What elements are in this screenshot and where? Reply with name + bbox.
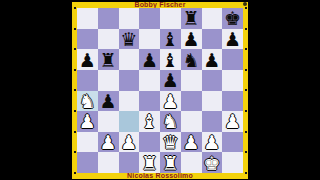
square-d6[interactable]: ♟ [139,49,160,70]
black-bishop: ♝ [162,29,179,49]
square-c4[interactable] [119,91,140,112]
square-f3[interactable] [181,111,202,132]
square-d1[interactable]: ♜ [139,152,160,173]
chess-board: ♜♚♛♝♟♟♟♜♟♝♞♟♟♞♟♟♟♝♞♟♟♟♛♟♟♜♜♚ [77,8,243,173]
square-e3[interactable]: ♞ [160,111,181,132]
frame-dot-icon [245,28,247,30]
square-c2[interactable]: ♟ [119,132,140,153]
square-f2[interactable]: ♟ [181,132,202,153]
white-rook: ♜ [141,153,158,173]
frame-dot-icon [245,131,247,133]
square-b6[interactable]: ♜ [98,49,119,70]
square-d2[interactable] [139,132,160,153]
square-h7[interactable]: ♟ [222,29,243,50]
player-name-white: Nicolas Rossolimo [72,173,248,179]
square-c3[interactable] [119,111,140,132]
video-frame: Bobby Fischer ♜♚♛♝♟♟♟♜♟♝♞♟♟♞♟♟♟♝♞♟♟♟♛♟♟♜… [0,0,320,180]
square-f5[interactable] [181,70,202,91]
square-h5[interactable] [222,70,243,91]
square-a1[interactable] [77,152,98,173]
square-g8[interactable] [202,8,223,29]
black-pawn: ♟ [183,29,200,49]
black-rook: ♜ [183,8,200,28]
black-bishop: ♝ [162,50,179,70]
black-pawn: ♟ [79,50,96,70]
square-f7[interactable]: ♟ [181,29,202,50]
square-h6[interactable] [222,49,243,70]
frame-dot-icon [245,151,247,153]
white-pawn: ♟ [162,91,179,111]
frame-dot-icon [245,69,247,71]
square-d5[interactable] [139,70,160,91]
square-d7[interactable] [139,29,160,50]
square-h2[interactable] [222,132,243,153]
square-g2[interactable]: ♟ [202,132,223,153]
square-g6[interactable]: ♟ [202,49,223,70]
square-b2[interactable]: ♟ [98,132,119,153]
square-e4[interactable]: ♟ [160,91,181,112]
white-rook: ♜ [162,153,179,173]
square-g5[interactable] [202,70,223,91]
square-g3[interactable] [202,111,223,132]
square-e5[interactable]: ♟ [160,70,181,91]
square-f4[interactable] [181,91,202,112]
square-h8[interactable]: ♚ [222,8,243,29]
square-b5[interactable] [98,70,119,91]
square-b8[interactable] [98,8,119,29]
square-g1[interactable]: ♚ [202,152,223,173]
frame-dot-icon [245,110,247,112]
frame-dot-icon [245,7,247,9]
white-knight: ♞ [79,91,96,111]
square-d4[interactable] [139,91,160,112]
frame-dot-icon [245,48,247,50]
square-a8[interactable] [77,8,98,29]
white-queen: ♛ [162,132,179,152]
square-g4[interactable] [202,91,223,112]
white-king: ♚ [203,153,220,173]
square-e1[interactable]: ♜ [160,152,181,173]
square-h3[interactable]: ♟ [222,111,243,132]
square-e7[interactable]: ♝ [160,29,181,50]
frame-dot-icon [74,110,76,112]
square-a5[interactable] [77,70,98,91]
white-knight: ♞ [162,111,179,131]
white-pawn: ♟ [79,111,96,131]
frame-dot-icon [245,172,247,174]
square-b7[interactable] [98,29,119,50]
black-pawn: ♟ [203,50,220,70]
square-a3[interactable]: ♟ [77,111,98,132]
square-h1[interactable] [222,152,243,173]
white-pawn: ♟ [100,132,117,152]
square-f1[interactable] [181,152,202,173]
white-bishop: ♝ [141,111,158,131]
square-f8[interactable]: ♜ [181,8,202,29]
square-e8[interactable] [160,8,181,29]
square-c5[interactable] [119,70,140,91]
square-d8[interactable] [139,8,160,29]
black-pawn: ♟ [100,91,117,111]
frame-dot-icon [245,89,247,91]
square-c6[interactable] [119,49,140,70]
square-b4[interactable]: ♟ [98,91,119,112]
frame-dot-icon [74,48,76,50]
white-pawn: ♟ [203,132,220,152]
frame-dot-icon [74,172,76,174]
frame-dot-icon [74,69,76,71]
frame-dot-icon [74,151,76,153]
square-f6[interactable]: ♞ [181,49,202,70]
white-pawn: ♟ [183,132,200,152]
square-a7[interactable] [77,29,98,50]
square-c1[interactable] [119,152,140,173]
square-b1[interactable] [98,152,119,173]
black-queen: ♛ [120,29,137,49]
black-pawn: ♟ [224,29,241,49]
frame-rivet-icon [243,2,247,6]
square-d3[interactable]: ♝ [139,111,160,132]
square-e6[interactable]: ♝ [160,49,181,70]
square-a4[interactable]: ♞ [77,91,98,112]
square-a6[interactable]: ♟ [77,49,98,70]
square-g7[interactable] [202,29,223,50]
black-pawn: ♟ [141,50,158,70]
white-pawn: ♟ [120,132,137,152]
frame-dot-icon [74,7,76,9]
square-c8[interactable] [119,8,140,29]
square-c7[interactable]: ♛ [119,29,140,50]
black-rook: ♜ [100,50,117,70]
white-pawn: ♟ [224,111,241,131]
black-king: ♚ [224,8,241,28]
square-a2[interactable] [77,132,98,153]
frame-dot-icon [74,131,76,133]
frame-dot-icon [74,28,76,30]
black-knight: ♞ [183,50,200,70]
frame-dot-icon [74,89,76,91]
square-e2[interactable]: ♛ [160,132,181,153]
chess-board-frame: Bobby Fischer ♜♚♛♝♟♟♟♜♟♝♞♟♟♞♟♟♟♝♞♟♟♟♛♟♟♜… [72,2,248,179]
square-h4[interactable] [222,91,243,112]
square-b3[interactable] [98,111,119,132]
black-pawn: ♟ [162,70,179,90]
